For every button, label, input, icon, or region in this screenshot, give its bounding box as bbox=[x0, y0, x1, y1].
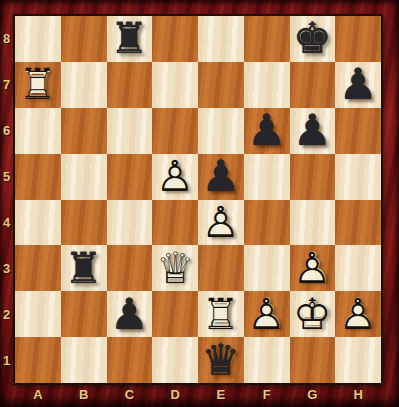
square-d6[interactable] bbox=[152, 108, 198, 154]
square-b2[interactable] bbox=[61, 291, 107, 337]
square-g7[interactable] bbox=[290, 62, 336, 108]
square-e8[interactable] bbox=[198, 16, 244, 62]
square-f7[interactable] bbox=[244, 62, 290, 108]
file-label-h: H bbox=[335, 385, 381, 403]
square-b6[interactable] bbox=[61, 108, 107, 154]
square-h8[interactable] bbox=[335, 16, 381, 62]
piece-black-pawn: ♟ bbox=[107, 291, 153, 337]
square-b3[interactable]: ♜ bbox=[61, 245, 107, 291]
square-a1[interactable] bbox=[15, 337, 61, 383]
file-label-d: D bbox=[152, 385, 198, 403]
piece-black-rook: ♜ bbox=[61, 245, 107, 291]
square-e3[interactable] bbox=[198, 245, 244, 291]
rank-label-3: 3 bbox=[0, 245, 13, 291]
piece-black-pawn: ♟ bbox=[335, 62, 381, 108]
piece-white-queen: ♛♕ bbox=[152, 245, 198, 291]
square-a5[interactable] bbox=[15, 154, 61, 200]
square-a4[interactable] bbox=[15, 200, 61, 246]
square-a7[interactable]: ♜♖ bbox=[15, 62, 61, 108]
square-f8[interactable] bbox=[244, 16, 290, 62]
square-b1[interactable] bbox=[61, 337, 107, 383]
square-h4[interactable] bbox=[335, 200, 381, 246]
rank-label-7: 7 bbox=[0, 62, 13, 108]
square-g8[interactable]: ♚ bbox=[290, 16, 336, 62]
square-e4[interactable]: ♟♙ bbox=[198, 200, 244, 246]
square-g3[interactable]: ♟♙ bbox=[290, 245, 336, 291]
file-label-e: E bbox=[198, 385, 244, 403]
square-e1[interactable]: ♛ bbox=[198, 337, 244, 383]
square-f5[interactable] bbox=[244, 154, 290, 200]
square-f6[interactable]: ♟ bbox=[244, 108, 290, 154]
square-f1[interactable] bbox=[244, 337, 290, 383]
square-e7[interactable] bbox=[198, 62, 244, 108]
square-c2[interactable]: ♟ bbox=[107, 291, 153, 337]
piece-black-pawn: ♟ bbox=[290, 108, 336, 154]
square-h5[interactable] bbox=[335, 154, 381, 200]
rank-label-8: 8 bbox=[0, 16, 13, 62]
board-border: ♜♚♜♖♟♟♟♟♙♟♟♙♜♛♕♟♙♟♜♖♟♙♚♔♟♙♛ bbox=[13, 14, 383, 385]
square-d4[interactable] bbox=[152, 200, 198, 246]
square-e6[interactable] bbox=[198, 108, 244, 154]
square-h2[interactable]: ♟♙ bbox=[335, 291, 381, 337]
piece-black-queen: ♛ bbox=[198, 337, 244, 383]
piece-black-rook: ♜ bbox=[107, 16, 153, 62]
file-label-f: F bbox=[244, 385, 290, 403]
square-c6[interactable] bbox=[107, 108, 153, 154]
square-f2[interactable]: ♟♙ bbox=[244, 291, 290, 337]
chess-diagram: 87654321 ABCDEFGH ♜♚♜♖♟♟♟♟♙♟♟♙♜♛♕♟♙♟♜♖♟♙… bbox=[0, 0, 399, 407]
square-d5[interactable]: ♟♙ bbox=[152, 154, 198, 200]
piece-white-pawn: ♟♙ bbox=[152, 154, 198, 200]
square-c1[interactable] bbox=[107, 337, 153, 383]
square-b7[interactable] bbox=[61, 62, 107, 108]
rank-label-6: 6 bbox=[0, 108, 13, 154]
file-label-b: B bbox=[61, 385, 107, 403]
square-b8[interactable] bbox=[61, 16, 107, 62]
square-c5[interactable] bbox=[107, 154, 153, 200]
piece-black-king: ♚ bbox=[290, 16, 336, 62]
file-label-c: C bbox=[107, 385, 153, 403]
file-label-g: G bbox=[290, 385, 336, 403]
square-c7[interactable] bbox=[107, 62, 153, 108]
square-e5[interactable]: ♟ bbox=[198, 154, 244, 200]
rank-label-1: 1 bbox=[0, 337, 13, 383]
square-h7[interactable]: ♟ bbox=[335, 62, 381, 108]
piece-white-pawn: ♟♙ bbox=[290, 245, 336, 291]
rank-label-2: 2 bbox=[0, 291, 13, 337]
square-g4[interactable] bbox=[290, 200, 336, 246]
square-d2[interactable] bbox=[152, 291, 198, 337]
piece-black-pawn: ♟ bbox=[198, 154, 244, 200]
square-d1[interactable] bbox=[152, 337, 198, 383]
piece-white-rook: ♜♖ bbox=[198, 291, 244, 337]
piece-white-king: ♚♔ bbox=[290, 291, 336, 337]
square-b5[interactable] bbox=[61, 154, 107, 200]
rank-labels: 87654321 bbox=[0, 16, 13, 383]
square-c4[interactable] bbox=[107, 200, 153, 246]
square-b4[interactable] bbox=[61, 200, 107, 246]
piece-white-pawn: ♟♙ bbox=[244, 291, 290, 337]
piece-white-rook: ♜♖ bbox=[15, 62, 61, 108]
piece-white-pawn: ♟♙ bbox=[335, 291, 381, 337]
rank-label-5: 5 bbox=[0, 154, 13, 200]
chess-board: ♜♚♜♖♟♟♟♟♙♟♟♙♜♛♕♟♙♟♜♖♟♙♚♔♟♙♛ bbox=[15, 16, 381, 383]
square-e2[interactable]: ♜♖ bbox=[198, 291, 244, 337]
square-d8[interactable] bbox=[152, 16, 198, 62]
square-d3[interactable]: ♛♕ bbox=[152, 245, 198, 291]
piece-white-pawn: ♟♙ bbox=[198, 200, 244, 246]
square-a3[interactable] bbox=[15, 245, 61, 291]
rank-label-4: 4 bbox=[0, 200, 13, 246]
square-h6[interactable] bbox=[335, 108, 381, 154]
square-g2[interactable]: ♚♔ bbox=[290, 291, 336, 337]
square-a8[interactable] bbox=[15, 16, 61, 62]
square-g5[interactable] bbox=[290, 154, 336, 200]
square-h3[interactable] bbox=[335, 245, 381, 291]
square-f4[interactable] bbox=[244, 200, 290, 246]
square-g6[interactable]: ♟ bbox=[290, 108, 336, 154]
square-h1[interactable] bbox=[335, 337, 381, 383]
square-c3[interactable] bbox=[107, 245, 153, 291]
file-label-a: A bbox=[15, 385, 61, 403]
piece-black-pawn: ♟ bbox=[244, 108, 290, 154]
square-f3[interactable] bbox=[244, 245, 290, 291]
file-labels: ABCDEFGH bbox=[15, 385, 381, 403]
square-a2[interactable] bbox=[15, 291, 61, 337]
square-d7[interactable] bbox=[152, 62, 198, 108]
square-c8[interactable]: ♜ bbox=[107, 16, 153, 62]
square-a6[interactable] bbox=[15, 108, 61, 154]
square-g1[interactable] bbox=[290, 337, 336, 383]
